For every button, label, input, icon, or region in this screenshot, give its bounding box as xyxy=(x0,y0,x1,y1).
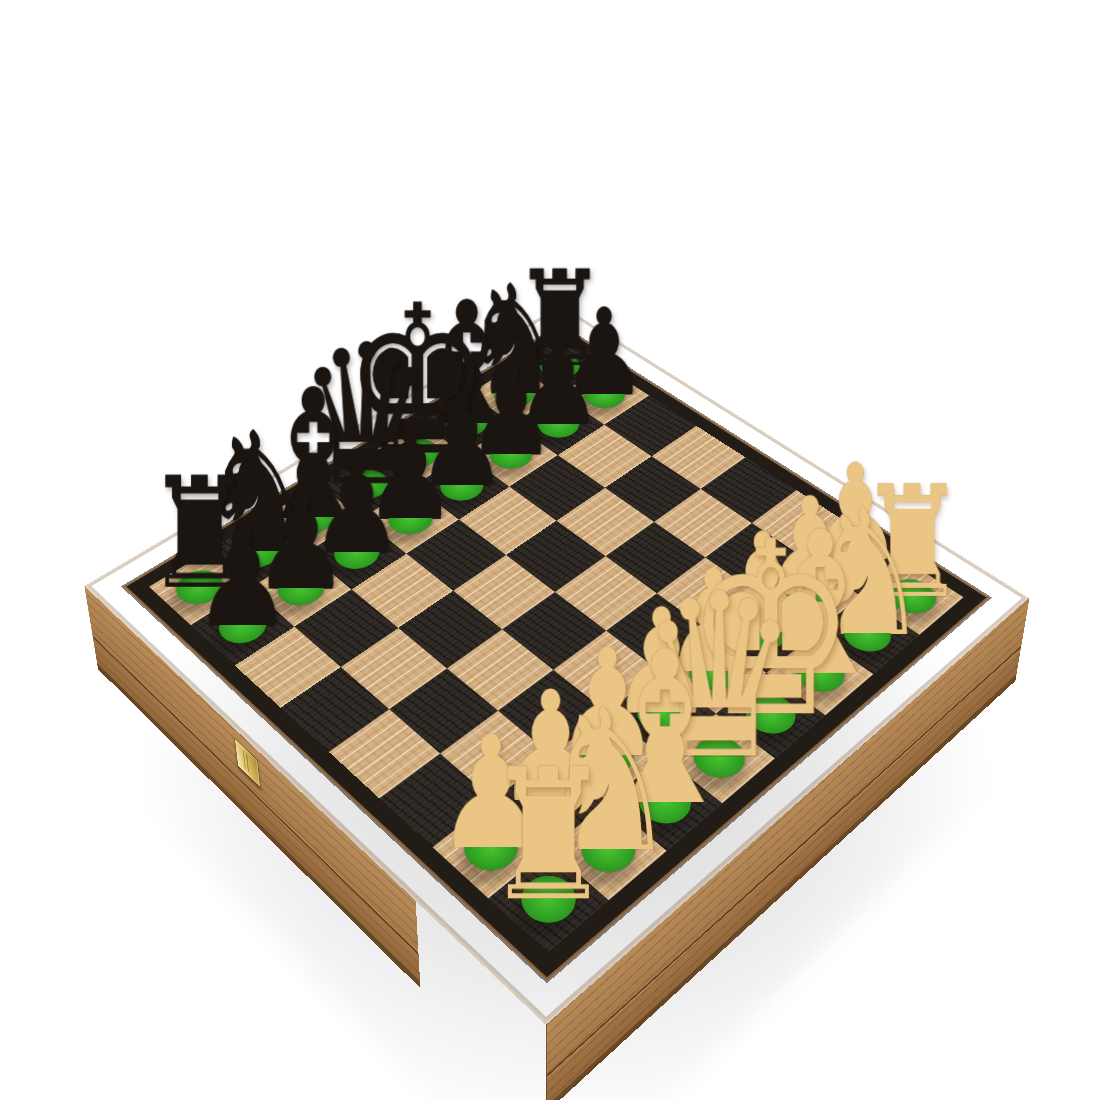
square-a1[interactable]: ♜ xyxy=(489,849,609,953)
clasp-engraving xyxy=(241,749,253,777)
square-a7[interactable]: ♟ xyxy=(191,588,295,665)
photo-stage: ♜♞♝♛♚♝♞♜♟♟♟♟♟♟♟♟♟♟♟♟♟♟♟♟♜♞♝♛♚♝♞♜ xyxy=(0,0,1100,1100)
scene-3d: ♜♞♝♛♚♝♞♜♟♟♟♟♟♟♟♟♟♟♟♟♟♟♟♟♜♞♝♛♚♝♞♜ xyxy=(0,0,1100,1100)
board-frame: ♜♞♝♛♚♝♞♜♟♟♟♟♟♟♟♟♟♟♟♟♟♟♟♟♜♞♝♛♚♝♞♜ xyxy=(84,305,1029,1025)
chess-box: ♜♞♝♛♚♝♞♜♟♟♟♟♟♟♟♟♟♟♟♟♟♟♟♟♜♞♝♛♚♝♞♜ xyxy=(84,305,1029,1025)
